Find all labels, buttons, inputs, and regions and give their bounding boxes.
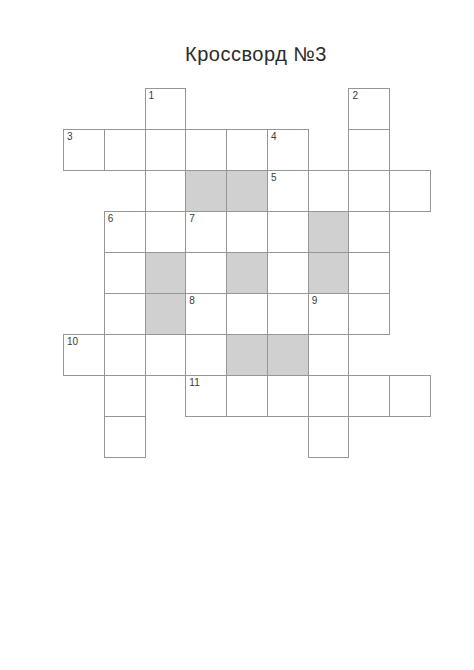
cell-r2c4-shaded: [226, 170, 268, 212]
cell-r5c4[interactable]: [226, 293, 268, 335]
cell-r1c2[interactable]: [145, 129, 187, 171]
cell-r0c2[interactable]: 1: [145, 88, 187, 130]
cell-r6c2[interactable]: [145, 334, 187, 376]
cell-r4c3[interactable]: [185, 252, 227, 294]
cell-r4c2-shaded: [145, 252, 187, 294]
cell-r6c6[interactable]: [308, 334, 350, 376]
cell-r1c3[interactable]: [185, 129, 227, 171]
cell-r1c1[interactable]: [104, 129, 146, 171]
cell-r2c5[interactable]: 5: [267, 170, 309, 212]
clue-number-2: 2: [352, 91, 358, 101]
cell-r1c5[interactable]: 4: [267, 129, 309, 171]
clue-number-9: 9: [312, 296, 318, 306]
cell-r1c7[interactable]: [348, 129, 390, 171]
cell-r7c3[interactable]: 11: [185, 375, 227, 417]
crossword-grid: 1234567891011: [63, 88, 431, 458]
cell-r5c1[interactable]: [104, 293, 146, 335]
cell-r1c4[interactable]: [226, 129, 268, 171]
cell-r5c3[interactable]: 8: [185, 293, 227, 335]
cell-r3c1[interactable]: 6: [104, 211, 146, 253]
cell-r2c8[interactable]: [389, 170, 431, 212]
cell-r3c6-shaded: [308, 211, 350, 253]
cell-r4c5[interactable]: [267, 252, 309, 294]
cell-r8c1[interactable]: [104, 416, 146, 458]
clue-number-8: 8: [189, 296, 195, 306]
cell-r3c5[interactable]: [267, 211, 309, 253]
cell-r6c0[interactable]: 10: [63, 334, 105, 376]
cell-r5c2-shaded: [145, 293, 187, 335]
clue-number-11: 11: [189, 378, 199, 388]
cell-r2c2[interactable]: [145, 170, 187, 212]
clue-number-4: 4: [271, 132, 277, 142]
cell-r7c7[interactable]: [348, 375, 390, 417]
cell-r6c5-shaded: [267, 334, 309, 376]
cell-r5c6[interactable]: 9: [308, 293, 350, 335]
cell-r5c5[interactable]: [267, 293, 309, 335]
cell-r4c6-shaded: [308, 252, 350, 294]
cell-r7c5[interactable]: [267, 375, 309, 417]
clue-number-1: 1: [149, 91, 155, 101]
cell-r3c4[interactable]: [226, 211, 268, 253]
cell-r2c7[interactable]: [348, 170, 390, 212]
cell-r2c3-shaded: [185, 170, 227, 212]
clue-number-3: 3: [67, 132, 73, 142]
cell-r8c6[interactable]: [308, 416, 350, 458]
cell-r3c7[interactable]: [348, 211, 390, 253]
cell-r4c1[interactable]: [104, 252, 146, 294]
cell-r1c0[interactable]: 3: [63, 129, 105, 171]
cell-r3c3[interactable]: 7: [185, 211, 227, 253]
crossword-page: Кроссворд №3 1234567891011: [0, 0, 474, 670]
clue-number-7: 7: [189, 214, 195, 224]
cell-r4c4-shaded: [226, 252, 268, 294]
clue-number-10: 10: [67, 337, 78, 347]
cell-r5c7[interactable]: [348, 293, 390, 335]
cell-r3c2[interactable]: [145, 211, 187, 253]
cell-r7c4[interactable]: [226, 375, 268, 417]
clue-number-5: 5: [271, 173, 277, 183]
clue-number-6: 6: [108, 214, 114, 224]
cell-r0c7[interactable]: 2: [348, 88, 390, 130]
cell-r7c1[interactable]: [104, 375, 146, 417]
page-title: Кроссворд №3: [19, 44, 474, 65]
cell-r4c7[interactable]: [348, 252, 390, 294]
cell-r7c8[interactable]: [389, 375, 431, 417]
cell-r2c6[interactable]: [308, 170, 350, 212]
cell-r7c6[interactable]: [308, 375, 350, 417]
cell-r6c3[interactable]: [185, 334, 227, 376]
cell-r6c1[interactable]: [104, 334, 146, 376]
cell-r6c4-shaded: [226, 334, 268, 376]
